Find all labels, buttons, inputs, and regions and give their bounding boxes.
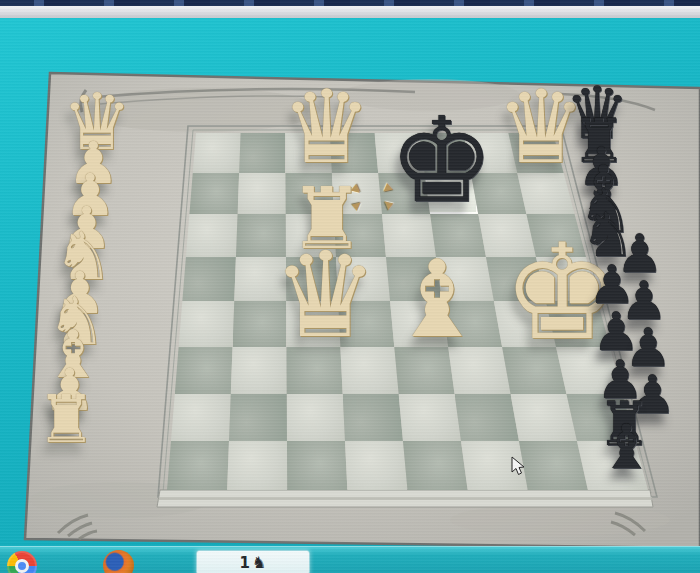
captured-white-rook: ♜ <box>37 386 96 452</box>
knight-icon: ♞ <box>252 553 266 572</box>
black-king-f7[interactable]: ♚ <box>389 101 495 219</box>
app-button-label: 1 <box>240 554 250 572</box>
mouse-cursor <box>511 456 525 477</box>
firefox-icon[interactable] <box>103 550 134 573</box>
white-queen-c8[interactable]: ♛ <box>281 77 372 178</box>
taskbar: 1 ♞ <box>0 546 700 573</box>
chrome-icon[interactable] <box>7 551 37 573</box>
chess-app-taskbar-button[interactable]: 1 ♞ <box>196 550 310 573</box>
white-queen-c4[interactable]: ♛ <box>272 236 378 354</box>
piece-layer: ▶▶▶▶♛♛♚♜♛♝♚♛♟♟♟♞♟♞♝♟♜♛♜♟♝♞♞♟♟♟♟♟♟♟♜♝ <box>0 0 700 573</box>
white-bishop-e4[interactable]: ♝ <box>390 247 485 353</box>
captured-black-bishop: ♝ <box>599 417 654 478</box>
